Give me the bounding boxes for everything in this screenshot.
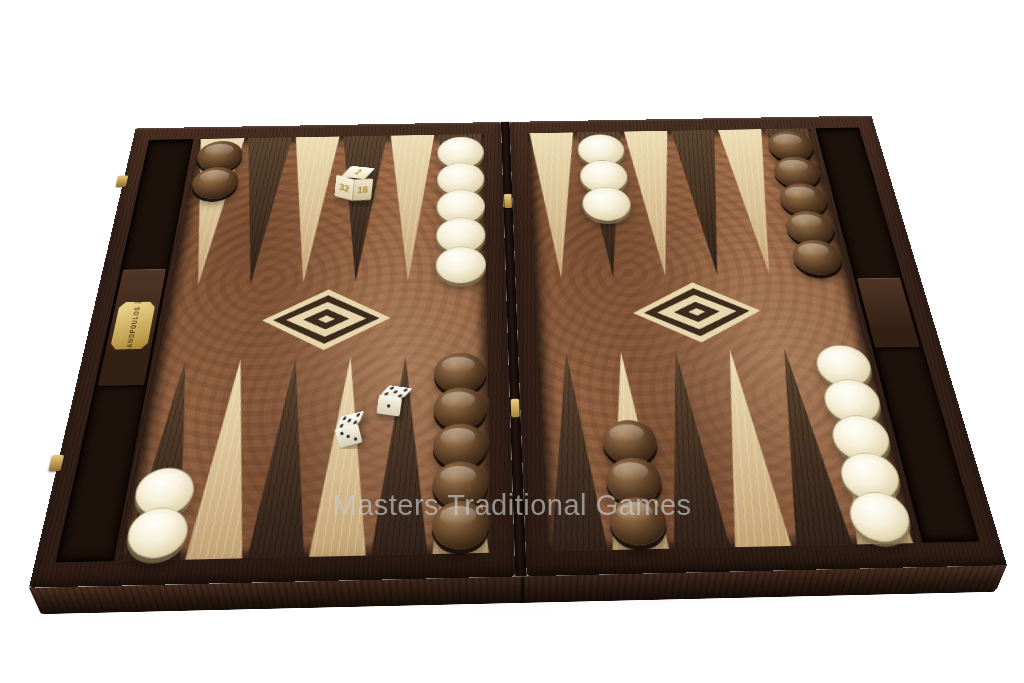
doubling-cube-side-faces: 3216	[334, 176, 373, 201]
watermark-text: Masters Traditional Games	[332, 489, 691, 522]
brass-latch-top	[116, 175, 129, 187]
right-tray-lid-block	[857, 278, 920, 348]
checker-cream-bottom-12-2	[837, 452, 905, 501]
doubling-cube-right-face: 16	[352, 179, 373, 201]
brass-hinge-top	[504, 194, 512, 208]
maker-plate-label: MANOPOULOS	[124, 306, 141, 353]
brass-latch-bottom	[48, 455, 64, 471]
product-photo-stage: M MANOPOULOS 23216	[0, 0, 1024, 683]
point-top-3	[276, 136, 341, 286]
die-pip-empty	[346, 437, 353, 443]
point-bottom-5	[368, 352, 433, 556]
point-bottom-4	[306, 353, 378, 557]
brass-hinge-bottom	[511, 399, 520, 418]
die-pip	[353, 437, 357, 441]
die-1	[376, 384, 403, 417]
checker-brown-top-1-2	[189, 167, 240, 199]
doubling-cube: 23216	[334, 164, 374, 201]
diamond-inlay-right	[630, 281, 766, 344]
checker-cream-bottom-12-5	[813, 345, 876, 388]
point-top-5	[382, 135, 437, 285]
floor-shadow	[55, 545, 965, 605]
checker-brown-bottom-6-5	[434, 352, 486, 394]
die-front-face-1	[376, 394, 402, 416]
checker-cream-bottom-1-2	[131, 467, 197, 517]
manopoulos-logo-icon: M	[134, 299, 143, 305]
doubling-cube-left-face: 32	[334, 175, 354, 201]
checker-brown-bottom-6-3	[433, 423, 488, 468]
checker-cream-bottom-12-3	[828, 415, 895, 462]
checker-brown-top-12-4	[783, 211, 838, 245]
die-pip-empty	[391, 408, 397, 413]
checker-cream-bottom-12-4	[820, 379, 885, 424]
die-pip	[397, 394, 403, 397]
point-top-4	[329, 136, 389, 286]
diamond-inlay-left	[258, 288, 392, 351]
maker-plate: M MANOPOULOS	[110, 302, 156, 350]
point-bottom-3	[245, 354, 324, 558]
